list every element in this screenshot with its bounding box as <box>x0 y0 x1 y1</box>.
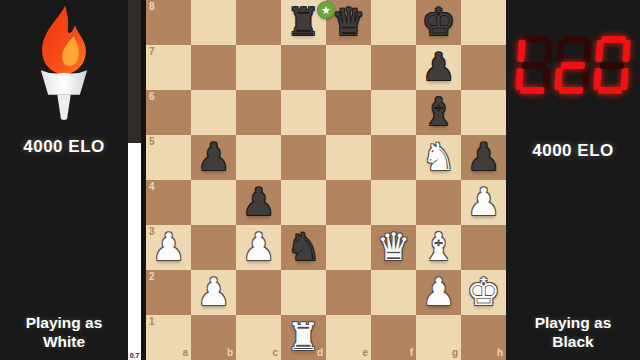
square-c1[interactable]: c <box>236 315 281 360</box>
white-pawn-a3[interactable]: ♟ <box>146 225 191 270</box>
left-player-panel: 4000 ELO Playing as White <box>0 0 128 360</box>
file-label-e: e <box>362 348 368 358</box>
square-c6[interactable] <box>236 90 281 135</box>
white-pawn-g2[interactable]: ♟ <box>416 270 461 315</box>
clock-segment-f <box>595 40 604 62</box>
square-c3[interactable]: ♟ <box>236 225 281 270</box>
square-g1[interactable]: g <box>416 315 461 360</box>
black-king-g8[interactable]: ♚ <box>416 0 461 45</box>
square-d5[interactable] <box>281 135 326 180</box>
square-b6[interactable] <box>191 90 236 135</box>
square-b4[interactable] <box>191 180 236 225</box>
square-d2[interactable] <box>281 270 326 315</box>
square-f4[interactable] <box>371 180 416 225</box>
square-h2[interactable]: ♚ <box>461 270 506 315</box>
square-f1[interactable]: f <box>371 315 416 360</box>
chess-board[interactable]: 8♜♛♚7♟6♝5♟♞♟4♟♟3♟♟♞♛♝2♟♟♚1abcd♜efgh★ <box>146 0 506 360</box>
rank-label-6: 6 <box>149 92 155 102</box>
clock-segment-f <box>556 40 565 62</box>
left-elo-label: 4000 ELO <box>0 137 128 157</box>
file-label-a: a <box>182 348 188 358</box>
rank-label-2: 2 <box>149 272 155 282</box>
clock-segment-d <box>520 87 544 94</box>
square-f5[interactable] <box>371 135 416 180</box>
square-b1[interactable]: b <box>191 315 236 360</box>
square-a4[interactable]: 4 <box>146 180 191 225</box>
square-h5[interactable]: ♟ <box>461 135 506 180</box>
square-f2[interactable] <box>371 270 416 315</box>
clock-digit-c <box>554 36 592 94</box>
square-d6[interactable] <box>281 90 326 135</box>
black-pawn-h5[interactable]: ♟ <box>461 135 506 180</box>
square-h8[interactable] <box>461 0 506 45</box>
square-a2[interactable]: 2 <box>146 270 191 315</box>
square-a8[interactable]: 8 <box>146 0 191 45</box>
square-c5[interactable] <box>236 135 281 180</box>
square-h4[interactable]: ♟ <box>461 180 506 225</box>
square-h7[interactable] <box>461 45 506 90</box>
clock-segment-d <box>598 87 622 94</box>
square-e1[interactable]: e <box>326 315 371 360</box>
clock-digit-0 <box>593 36 631 94</box>
square-e6[interactable] <box>326 90 371 135</box>
white-king-h2[interactable]: ♚ <box>461 270 506 315</box>
right-elo-label: 4000 ELO <box>506 141 640 161</box>
square-e5[interactable] <box>326 135 371 180</box>
square-g6[interactable]: ♝ <box>416 90 461 135</box>
square-b2[interactable]: ♟ <box>191 270 236 315</box>
rank-label-1: 1 <box>149 317 155 327</box>
square-a1[interactable]: 1a <box>146 315 191 360</box>
clock-segment-b <box>622 40 631 62</box>
square-e4[interactable] <box>326 180 371 225</box>
black-bishop-g6[interactable]: ♝ <box>416 90 461 135</box>
right-side-label: Playing as Black <box>506 314 640 352</box>
file-label-g: g <box>452 348 458 358</box>
rank-label-7: 7 <box>149 47 155 57</box>
black-pawn-b5[interactable]: ♟ <box>191 135 236 180</box>
square-a5[interactable]: 5 <box>146 135 191 180</box>
square-a7[interactable]: 7 <box>146 45 191 90</box>
square-b5[interactable]: ♟ <box>191 135 236 180</box>
rank-label-5: 5 <box>149 137 155 147</box>
square-c7[interactable] <box>236 45 281 90</box>
square-e3[interactable] <box>326 225 371 270</box>
evaluation-bar-black-portion <box>128 0 141 143</box>
evaluation-bar: 0.7 <box>128 0 141 360</box>
square-c2[interactable] <box>236 270 281 315</box>
white-bishop-g3[interactable]: ♝ <box>416 225 461 270</box>
evaluation-score: 0.7 <box>128 352 141 359</box>
square-b7[interactable] <box>191 45 236 90</box>
file-label-h: h <box>497 348 503 358</box>
file-label-f: f <box>410 348 413 358</box>
left-side-label: Playing as White <box>0 314 128 352</box>
right-player-panel: 4000 ELO Playing as Black <box>506 0 640 360</box>
torch-icon <box>0 4 128 122</box>
square-g4[interactable] <box>416 180 461 225</box>
clock-segment-g <box>522 62 546 69</box>
square-d1[interactable]: d♜ <box>281 315 326 360</box>
rank-label-4: 4 <box>149 182 155 192</box>
clock-digit-L <box>515 36 553 94</box>
white-pawn-b2[interactable]: ♟ <box>191 270 236 315</box>
square-c8[interactable] <box>236 0 281 45</box>
square-d4[interactable] <box>281 180 326 225</box>
square-h3[interactable] <box>461 225 506 270</box>
square-e2[interactable] <box>326 270 371 315</box>
clock-segment-a <box>524 36 548 43</box>
black-knight-d3[interactable]: ♞ <box>281 225 326 270</box>
best-move-star-icon: ★ <box>317 1 335 19</box>
square-e7[interactable] <box>326 45 371 90</box>
clock-segment-d <box>559 87 583 94</box>
square-g3[interactable]: ♝ <box>416 225 461 270</box>
clock-segment-g <box>561 62 585 69</box>
black-pawn-c4[interactable]: ♟ <box>236 180 281 225</box>
square-a3[interactable]: 3♟ <box>146 225 191 270</box>
rank-label-8: 8 <box>149 2 155 12</box>
white-pawn-c3[interactable]: ♟ <box>236 225 281 270</box>
clock-segment-b <box>544 40 553 62</box>
square-f6[interactable] <box>371 90 416 135</box>
file-label-b: b <box>227 348 233 358</box>
square-b3[interactable] <box>191 225 236 270</box>
file-label-c: c <box>272 348 278 358</box>
square-b8[interactable] <box>191 0 236 45</box>
square-c4[interactable]: ♟ <box>236 180 281 225</box>
square-h1[interactable]: h <box>461 315 506 360</box>
seven-segment-clock <box>515 36 631 94</box>
clock-segment-a <box>563 36 587 43</box>
square-g7[interactable]: ♟ <box>416 45 461 90</box>
white-rook-d1[interactable]: ♜ <box>281 315 326 360</box>
square-g5[interactable]: ♞ <box>416 135 461 180</box>
white-queen-f3[interactable]: ♛ <box>371 225 416 270</box>
square-f7[interactable] <box>371 45 416 90</box>
square-f3[interactable]: ♛ <box>371 225 416 270</box>
square-g8[interactable]: ♚ <box>416 0 461 45</box>
white-pawn-h4[interactable]: ♟ <box>461 180 506 225</box>
square-h6[interactable] <box>461 90 506 135</box>
clock-segment-g <box>600 62 624 69</box>
clock-segment-f <box>517 40 526 62</box>
square-d3[interactable]: ♞ <box>281 225 326 270</box>
clock-segment-b <box>583 40 592 62</box>
square-g2[interactable]: ♟ <box>416 270 461 315</box>
clock-segment-a <box>602 36 626 43</box>
square-a6[interactable]: 6 <box>146 90 191 135</box>
square-d7[interactable] <box>281 45 326 90</box>
white-knight-g5[interactable]: ♞ <box>416 135 461 180</box>
black-pawn-g7[interactable]: ♟ <box>416 45 461 90</box>
square-f8[interactable] <box>371 0 416 45</box>
